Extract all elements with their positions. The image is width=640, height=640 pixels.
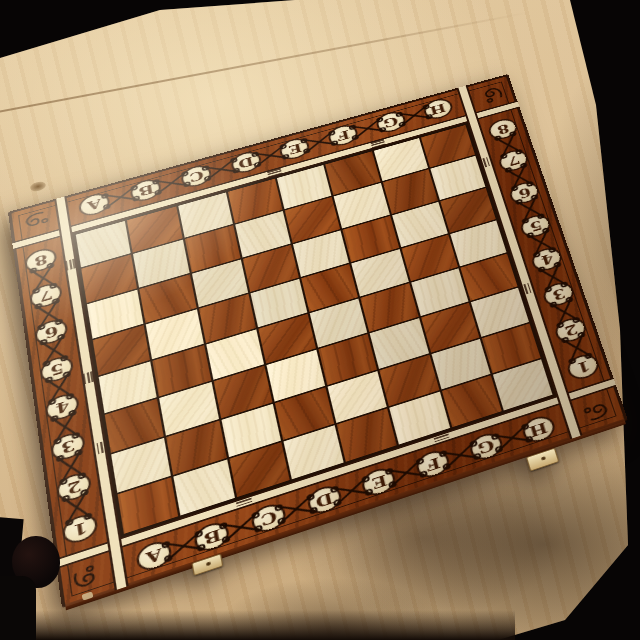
table-edge-shadow: [0, 610, 515, 640]
photo-scene: AA88BB77CC66DD55EE44FF33GG22HH11: [0, 0, 640, 640]
wood-knot: [29, 180, 47, 193]
dark-object-base: [0, 576, 36, 640]
